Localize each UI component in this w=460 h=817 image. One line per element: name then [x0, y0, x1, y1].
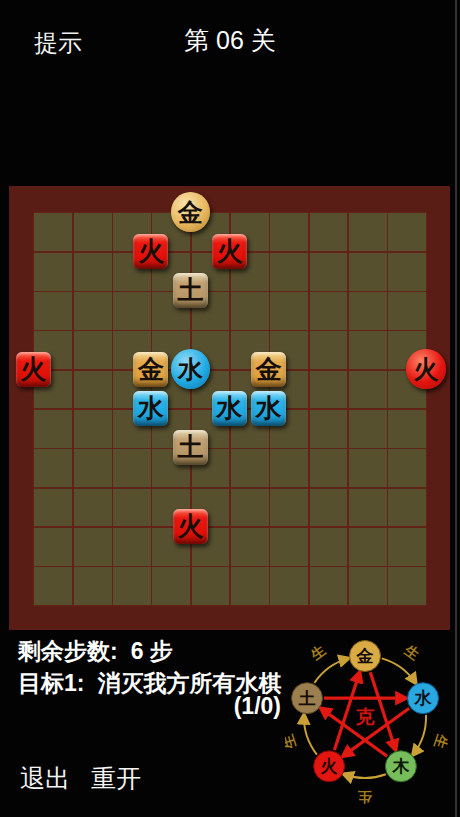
moves-remaining-line: 剩余步数:6 步	[18, 636, 173, 667]
board-frame: 金火火土火金水金火水水水土火	[9, 186, 450, 630]
piece-water-square[interactable]: 水	[212, 391, 247, 426]
svg-text:生: 生	[285, 733, 299, 752]
piece-fire-square[interactable]: 火	[16, 352, 51, 387]
piece-water-circle[interactable]: 水	[171, 349, 210, 389]
svg-text:生: 生	[401, 641, 423, 663]
svg-text:生: 生	[431, 732, 451, 751]
wheel-node-water: 水	[408, 683, 439, 714]
svg-text:木: 木	[391, 756, 410, 776]
bottom-button-bar: 退出 重开	[20, 762, 141, 795]
piece-fire-square[interactable]: 火	[212, 234, 247, 269]
piece-fire-circle[interactable]: 火	[406, 349, 445, 389]
wheel-node-metal: 金	[350, 641, 381, 672]
board-pieces: 金火火土火金水金火水水水土火	[13, 192, 445, 624]
piece-water-square[interactable]: 水	[251, 391, 286, 426]
piece-fire-square[interactable]: 火	[173, 509, 208, 544]
svg-text:生: 生	[358, 789, 373, 805]
piece-fire-square[interactable]: 火	[133, 234, 168, 269]
svg-text:金: 金	[356, 646, 374, 666]
goal-label: 目标1:	[18, 670, 84, 696]
piece-water-square[interactable]: 水	[133, 391, 168, 426]
restart-button[interactable]: 重开	[91, 762, 141, 795]
five-elements-wheel: 生 生 生 生 生 金 水 木 火	[285, 630, 455, 805]
level-title: 第 06 关	[0, 24, 460, 57]
moves-value: 6 步	[131, 638, 173, 664]
goal-progress: (1/0)	[234, 693, 281, 720]
exit-button[interactable]: 退出	[20, 762, 70, 795]
top-bar: 提示 第 06 关	[0, 0, 460, 62]
svg-text:土: 土	[298, 688, 316, 708]
piece-earth-square[interactable]: 土	[173, 430, 208, 465]
piece-earth-square[interactable]: 土	[173, 273, 208, 308]
wheel-nodes: 金 水 木 火 土 克	[292, 641, 439, 782]
piece-metal-square[interactable]: 金	[133, 352, 168, 387]
wheel-node-fire: 火	[314, 751, 345, 782]
screen-edge-strip	[455, 0, 457, 817]
ke-center-label: 克	[355, 705, 376, 727]
wheel-node-earth: 土	[292, 683, 323, 714]
svg-text:火: 火	[321, 756, 339, 776]
svg-text:水: 水	[414, 688, 433, 708]
app-screen: 提示 第 06 关 金火火土火金水金火水水水土火 剩余步数:6 步 目标1:消灭…	[0, 0, 460, 817]
piece-metal-circle[interactable]: 金	[171, 192, 210, 232]
wheel-node-wood: 木	[385, 751, 416, 782]
moves-label: 剩余步数:	[18, 638, 118, 664]
piece-metal-square[interactable]: 金	[251, 352, 286, 387]
svg-text:生: 生	[307, 642, 329, 664]
